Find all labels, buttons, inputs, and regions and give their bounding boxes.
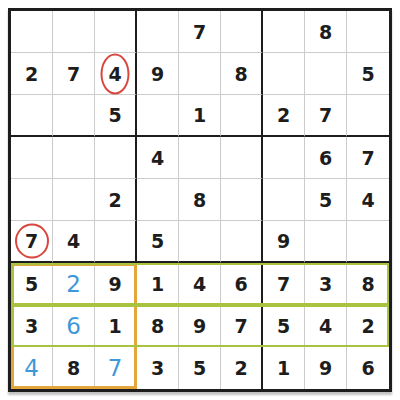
cell-value: 2 xyxy=(25,63,38,85)
cell-value: 7 xyxy=(277,273,290,295)
cell-r7c9[interactable]: 8 xyxy=(347,263,389,305)
cell-r9c8[interactable]: 9 xyxy=(305,347,347,389)
cell-value: 3 xyxy=(319,273,332,295)
cell-r7c3[interactable]: 9 xyxy=(95,263,137,305)
cell-r3c4[interactable] xyxy=(137,95,179,137)
cell-r5c1[interactable] xyxy=(11,179,53,221)
cell-r9c2[interactable]: 8 xyxy=(53,347,95,389)
cell-r2c5[interactable] xyxy=(179,53,221,95)
cell-value: 4 xyxy=(319,315,332,337)
sudoku-board: 7827498551274672854745952914673836189754… xyxy=(8,8,392,392)
cell-r4c3[interactable] xyxy=(95,137,137,179)
cell-r7c8[interactable]: 3 xyxy=(305,263,347,305)
cell-r3c6[interactable] xyxy=(221,95,263,137)
cell-r9c9[interactable]: 6 xyxy=(347,347,389,389)
cell-r2c8[interactable] xyxy=(305,53,347,95)
cell-r9c6[interactable]: 2 xyxy=(221,347,263,389)
cell-value: 7 xyxy=(108,355,123,381)
cell-r4c4[interactable]: 4 xyxy=(137,137,179,179)
cell-r3c8[interactable]: 7 xyxy=(305,95,347,137)
cell-value: 7 xyxy=(25,230,38,252)
cell-r2c7[interactable] xyxy=(263,53,305,95)
cell-value: 8 xyxy=(361,273,374,295)
cell-r6c2[interactable]: 4 xyxy=(53,221,95,263)
cell-value: 4 xyxy=(108,63,121,85)
cell-value: 7 xyxy=(67,63,80,85)
cell-value: 1 xyxy=(277,357,290,379)
cell-r6c3[interactable] xyxy=(95,221,137,263)
cell-r4c7[interactable] xyxy=(263,137,305,179)
cell-value: 3 xyxy=(25,315,38,337)
cell-r8c1[interactable]: 3 xyxy=(11,305,53,347)
cell-r3c3[interactable]: 5 xyxy=(95,95,137,137)
cell-r2c9[interactable]: 5 xyxy=(347,53,389,95)
cell-r8c7[interactable]: 5 xyxy=(263,305,305,347)
cell-r9c4[interactable]: 3 xyxy=(137,347,179,389)
cell-value: 9 xyxy=(108,273,121,295)
cell-value: 7 xyxy=(193,21,206,43)
cell-r1c3[interactable] xyxy=(95,11,137,53)
sudoku-board-wrap: 7827498551274672854745952914673836189754… xyxy=(8,8,392,392)
cell-value: 4 xyxy=(24,355,39,381)
cell-value: 4 xyxy=(361,189,374,211)
cell-value: 1 xyxy=(193,104,206,126)
cell-value: 8 xyxy=(151,315,164,337)
cell-r2c6[interactable]: 8 xyxy=(221,53,263,95)
cell-value: 2 xyxy=(66,271,81,297)
cell-value: 8 xyxy=(193,189,206,211)
cell-r9c7[interactable]: 1 xyxy=(263,347,305,389)
cell-r8c5[interactable]: 9 xyxy=(179,305,221,347)
cell-r3c1[interactable] xyxy=(11,95,53,137)
cell-value: 6 xyxy=(234,273,247,295)
cell-r1c5[interactable]: 7 xyxy=(179,11,221,53)
cell-value: 8 xyxy=(234,63,247,85)
cell-value: 4 xyxy=(151,147,164,169)
cell-r7c7[interactable]: 7 xyxy=(263,263,305,305)
cell-value: 5 xyxy=(319,189,332,211)
cell-r9c1[interactable]: 4 xyxy=(11,347,53,389)
cell-value: 4 xyxy=(193,273,206,295)
cell-r4c2[interactable] xyxy=(53,137,95,179)
cell-r3c9[interactable] xyxy=(347,95,389,137)
cell-r6c9[interactable] xyxy=(347,221,389,263)
cell-value: 8 xyxy=(67,357,80,379)
cell-r5c9[interactable]: 4 xyxy=(347,179,389,221)
cell-r7c1[interactable]: 5 xyxy=(11,263,53,305)
cell-r8c8[interactable]: 4 xyxy=(305,305,347,347)
cell-r4c8[interactable]: 6 xyxy=(305,137,347,179)
cell-r4c6[interactable] xyxy=(221,137,263,179)
cell-r5c2[interactable] xyxy=(53,179,95,221)
cell-value: 7 xyxy=(361,147,374,169)
cell-value: 8 xyxy=(319,21,332,43)
cell-value: 1 xyxy=(151,273,164,295)
cell-r1c9[interactable] xyxy=(347,11,389,53)
cell-r1c8[interactable]: 8 xyxy=(305,11,347,53)
cell-value: 5 xyxy=(108,104,121,126)
cell-r6c5[interactable] xyxy=(179,221,221,263)
cell-r6c4[interactable]: 5 xyxy=(137,221,179,263)
cell-r8c6[interactable]: 7 xyxy=(221,305,263,347)
cell-r7c5[interactable]: 4 xyxy=(179,263,221,305)
cell-r4c1[interactable] xyxy=(11,137,53,179)
cell-r8c2[interactable]: 6 xyxy=(53,305,95,347)
cell-r5c4[interactable] xyxy=(137,179,179,221)
cell-r6c1[interactable]: 7 xyxy=(11,221,53,263)
cell-r4c5[interactable] xyxy=(179,137,221,179)
cell-r6c6[interactable] xyxy=(221,221,263,263)
cell-r5c8[interactable]: 5 xyxy=(305,179,347,221)
cell-value: 7 xyxy=(234,315,247,337)
cell-r9c3[interactable]: 7 xyxy=(95,347,137,389)
cell-r1c4[interactable] xyxy=(137,11,179,53)
cell-r9c5[interactable]: 5 xyxy=(179,347,221,389)
cell-r4c9[interactable]: 7 xyxy=(347,137,389,179)
cell-r3c7[interactable]: 2 xyxy=(263,95,305,137)
cell-r1c6[interactable] xyxy=(221,11,263,53)
cell-value: 4 xyxy=(67,230,80,252)
cell-value: 5 xyxy=(361,63,374,85)
cell-r7c6[interactable]: 6 xyxy=(221,263,263,305)
cell-value: 6 xyxy=(66,313,81,339)
cell-r7c4[interactable]: 1 xyxy=(137,263,179,305)
cell-r3c2[interactable] xyxy=(53,95,95,137)
cell-r5c3[interactable]: 2 xyxy=(95,179,137,221)
cell-r1c7[interactable] xyxy=(263,11,305,53)
cell-value: 6 xyxy=(361,357,374,379)
cell-r5c6[interactable] xyxy=(221,179,263,221)
cell-r2c2[interactable]: 7 xyxy=(53,53,95,95)
cell-r7c2[interactable]: 2 xyxy=(53,263,95,305)
cell-value: 5 xyxy=(151,230,164,252)
cell-value: 1 xyxy=(108,315,121,337)
cell-r8c4[interactable]: 8 xyxy=(137,305,179,347)
cell-value: 5 xyxy=(277,315,290,337)
cell-value: 9 xyxy=(193,315,206,337)
cell-value: 2 xyxy=(361,315,374,337)
cell-value: 7 xyxy=(319,104,332,126)
cell-value: 2 xyxy=(108,189,121,211)
cell-r2c4[interactable]: 9 xyxy=(137,53,179,95)
cell-value: 9 xyxy=(319,357,332,379)
cell-r1c1[interactable] xyxy=(11,11,53,53)
cell-r8c9[interactable]: 2 xyxy=(347,305,389,347)
cell-r8c3[interactable]: 1 xyxy=(95,305,137,347)
cell-value: 3 xyxy=(151,357,164,379)
cell-value: 5 xyxy=(25,273,38,295)
cell-r1c2[interactable] xyxy=(53,11,95,53)
cell-value: 2 xyxy=(277,104,290,126)
cell-r6c7[interactable]: 9 xyxy=(263,221,305,263)
cell-r3c5[interactable]: 1 xyxy=(179,95,221,137)
cell-r2c1[interactable]: 2 xyxy=(11,53,53,95)
cell-value: 6 xyxy=(319,147,332,169)
cell-value: 9 xyxy=(151,63,164,85)
cell-r2c3[interactable]: 4 xyxy=(95,53,137,95)
cell-r6c8[interactable] xyxy=(305,221,347,263)
cell-value: 2 xyxy=(234,357,247,379)
cell-r5c7[interactable] xyxy=(263,179,305,221)
cell-r5c5[interactable]: 8 xyxy=(179,179,221,221)
cell-value: 9 xyxy=(277,230,290,252)
cell-value: 5 xyxy=(193,357,206,379)
